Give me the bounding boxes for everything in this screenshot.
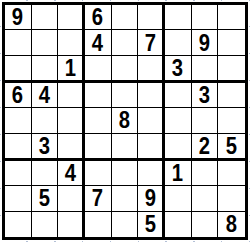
edge-gridline-ticks-right: [249, 0, 250, 242]
cell-digit: 6: [92, 5, 103, 29]
cell-r4c1[interactable]: 6: [5, 83, 32, 108]
cell-digit: 2: [199, 134, 210, 158]
cell-r3c9[interactable]: [218, 56, 245, 83]
cell-r7c5[interactable]: [112, 161, 139, 186]
cell-digit: 1: [65, 56, 76, 80]
cell-r1c4[interactable]: 6: [85, 5, 112, 30]
cell-r7c8[interactable]: [192, 161, 219, 186]
cell-r3c7[interactable]: 3: [165, 56, 192, 83]
cell-r5c2[interactable]: [32, 108, 59, 133]
cell-r3c8[interactable]: [192, 56, 219, 83]
cell-digit: 5: [39, 186, 50, 210]
cell-digit: 4: [65, 161, 76, 185]
cell-r3c6[interactable]: [138, 56, 165, 83]
cell-r9c1[interactable]: [5, 212, 32, 237]
edge-gridline-ticks-left: [0, 0, 1, 242]
cell-digit: 1: [172, 161, 183, 185]
cell-r1c9[interactable]: [218, 5, 245, 30]
cell-r2c1[interactable]: [5, 30, 32, 55]
cell-digit: 5: [145, 212, 156, 236]
cell-r2c3[interactable]: [58, 30, 85, 55]
cell-r3c4[interactable]: [85, 56, 112, 83]
cell-r7c9[interactable]: [218, 161, 245, 186]
cell-digit: 3: [39, 134, 50, 158]
cell-r5c9[interactable]: [218, 108, 245, 133]
cell-r3c5[interactable]: [112, 56, 139, 83]
cell-r5c7[interactable]: [165, 108, 192, 133]
cell-r3c2[interactable]: [32, 56, 59, 83]
cell-r3c1[interactable]: [5, 56, 32, 83]
cell-r7c3[interactable]: 4: [58, 161, 85, 186]
cell-r9c6[interactable]: 5: [138, 212, 165, 237]
cell-r1c1[interactable]: 9: [5, 5, 32, 30]
cell-digit: 5: [226, 134, 237, 158]
cell-r1c3[interactable]: [58, 5, 85, 30]
cell-r6c7[interactable]: [165, 134, 192, 161]
cell-r8c4[interactable]: 7: [85, 186, 112, 211]
cell-r9c3[interactable]: [58, 212, 85, 237]
cell-r5c4[interactable]: [85, 108, 112, 133]
cell-r6c1[interactable]: [5, 134, 32, 161]
cell-r2c5[interactable]: [112, 30, 139, 55]
cell-r6c8[interactable]: 2: [192, 134, 219, 161]
cell-r7c6[interactable]: [138, 161, 165, 186]
cell-r8c3[interactable]: [58, 186, 85, 211]
cell-digit: 8: [226, 212, 237, 236]
cell-r2c4[interactable]: 4: [85, 30, 112, 55]
cell-r6c5[interactable]: [112, 134, 139, 161]
cell-r8c6[interactable]: 9: [138, 186, 165, 211]
cell-r8c7[interactable]: [165, 186, 192, 211]
cell-r5c1[interactable]: [5, 108, 32, 133]
cell-digit: 8: [119, 108, 130, 132]
cell-r7c4[interactable]: [85, 161, 112, 186]
cell-r4c3[interactable]: [58, 83, 85, 108]
cell-r8c9[interactable]: [218, 186, 245, 211]
cell-r9c7[interactable]: [165, 212, 192, 237]
cell-r4c8[interactable]: 3: [192, 83, 219, 108]
cell-r4c2[interactable]: 4: [32, 83, 59, 108]
cell-digit: 4: [39, 83, 50, 107]
cell-r5c3[interactable]: [58, 108, 85, 133]
cell-r2c7[interactable]: [165, 30, 192, 55]
cell-digit: 9: [12, 5, 23, 29]
cell-r5c6[interactable]: [138, 108, 165, 133]
cell-r6c9[interactable]: 5: [218, 134, 245, 161]
cell-r9c9[interactable]: 8: [218, 212, 245, 237]
cell-r8c5[interactable]: [112, 186, 139, 211]
sudoku-board: 964791364383254157958: [2, 2, 248, 240]
cell-r1c7[interactable]: [165, 5, 192, 30]
cell-r7c2[interactable]: [32, 161, 59, 186]
cell-r1c2[interactable]: [32, 5, 59, 30]
cell-r9c4[interactable]: [85, 212, 112, 237]
cell-r1c8[interactable]: [192, 5, 219, 30]
cell-digit: 9: [145, 186, 156, 210]
cell-r2c6[interactable]: 7: [138, 30, 165, 55]
cell-digit: 6: [12, 83, 23, 107]
cell-digit: 3: [172, 56, 183, 80]
cell-r7c7[interactable]: 1: [165, 161, 192, 186]
cell-r8c2[interactable]: 5: [32, 186, 59, 211]
cell-r4c9[interactable]: [218, 83, 245, 108]
cell-r9c2[interactable]: [32, 212, 59, 237]
cell-r1c5[interactable]: [112, 5, 139, 30]
cell-r6c6[interactable]: [138, 134, 165, 161]
cell-r2c8[interactable]: 9: [192, 30, 219, 55]
cell-r2c9[interactable]: [218, 30, 245, 55]
cell-r6c2[interactable]: 3: [32, 134, 59, 161]
cell-r8c1[interactable]: [5, 186, 32, 211]
cell-r1c6[interactable]: [138, 5, 165, 30]
cell-r6c3[interactable]: [58, 134, 85, 161]
cell-r5c8[interactable]: [192, 108, 219, 133]
cell-r9c5[interactable]: [112, 212, 139, 237]
cell-r4c5[interactable]: [112, 83, 139, 108]
edge-gridline-ticks-top: [0, 0, 250, 1]
cell-r3c3[interactable]: 1: [58, 56, 85, 83]
cell-r9c8[interactable]: [192, 212, 219, 237]
cell-digit: 3: [199, 83, 210, 107]
cell-r4c7[interactable]: [165, 83, 192, 108]
cell-digit: 7: [145, 31, 156, 55]
cell-r6c4[interactable]: [85, 134, 112, 161]
cell-r2c2[interactable]: [32, 30, 59, 55]
cell-r8c8[interactable]: [192, 186, 219, 211]
cell-r4c4[interactable]: [85, 83, 112, 108]
cell-r7c1[interactable]: [5, 161, 32, 186]
cell-r5c5[interactable]: 8: [112, 108, 139, 133]
cell-digit: 7: [92, 186, 103, 210]
cell-digit: 4: [92, 31, 103, 55]
cell-digit: 9: [199, 31, 210, 55]
cell-r4c6[interactable]: [138, 83, 165, 108]
